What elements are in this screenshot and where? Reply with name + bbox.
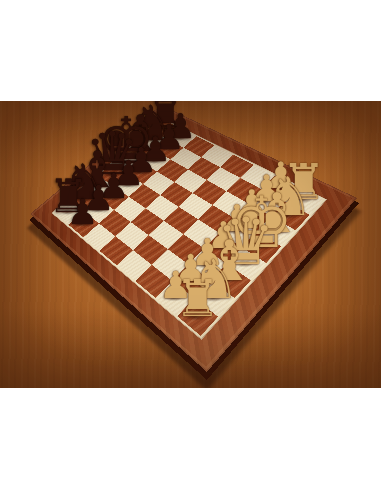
page: ♜♟♞♟♝♟♚♟♛♟♝♟♟♞♜♟♟♜♞♟♟♝♟♚♟♛♟♝♟♞♟♜: [0, 0, 381, 492]
chess-photo: ♜♟♞♟♝♟♚♟♛♟♝♟♟♞♜♟♟♜♞♟♟♝♟♚♟♛♟♝♟♞♟♜: [0, 101, 381, 388]
white-rook-glyph: ♜: [175, 274, 220, 325]
black-pawn-glyph: ♟: [67, 195, 98, 230]
pieces-layer: ♜♟♞♟♝♟♚♟♛♟♝♟♟♞♜♟♟♜♞♟♟♝♟♚♟♛♟♝♟♞♟♜: [0, 101, 381, 388]
